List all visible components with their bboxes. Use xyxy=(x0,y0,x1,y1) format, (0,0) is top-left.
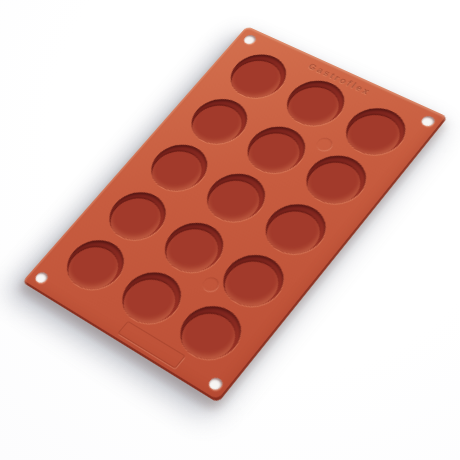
cavity xyxy=(335,100,417,163)
silicone-mold: Gastroflex xyxy=(22,26,448,403)
cavity xyxy=(56,231,136,298)
cavity xyxy=(276,73,355,134)
cavity xyxy=(295,147,378,212)
cavity xyxy=(154,214,235,281)
cavity-grid xyxy=(22,26,448,403)
cavity xyxy=(98,183,177,248)
cavity xyxy=(195,166,276,231)
cavity xyxy=(236,119,316,182)
cavity xyxy=(140,137,218,200)
product-photo: Gastroflex xyxy=(0,0,460,460)
perspective-plane: Gastroflex xyxy=(22,26,448,403)
cavity xyxy=(111,263,193,333)
cavity xyxy=(254,196,337,264)
cavity xyxy=(212,246,296,316)
cavity xyxy=(180,91,258,152)
cavity xyxy=(220,47,297,106)
